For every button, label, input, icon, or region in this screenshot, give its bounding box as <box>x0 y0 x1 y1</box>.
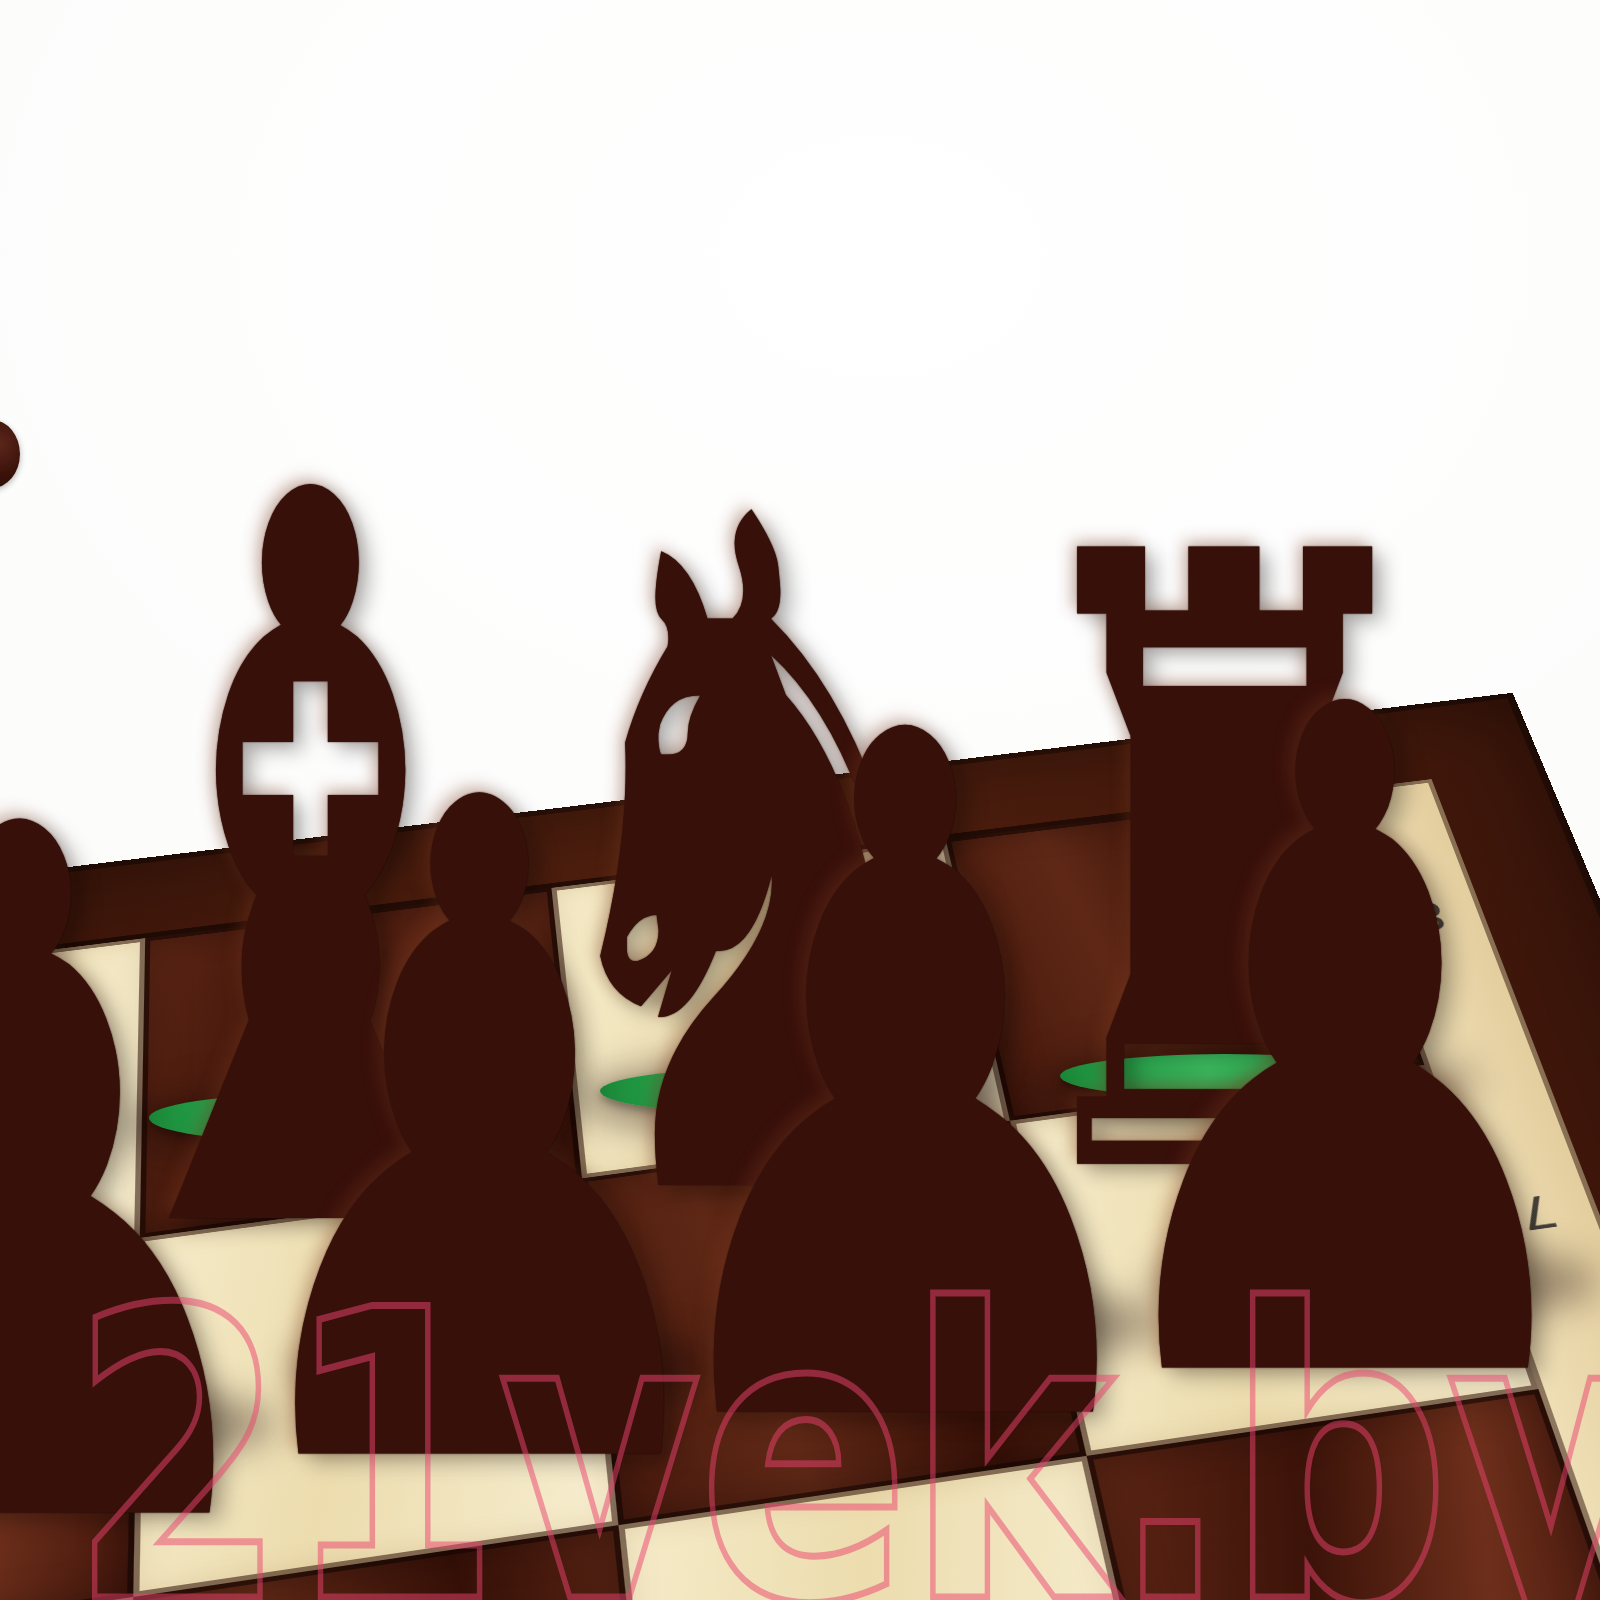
photo-scene: 87654321 ♝♞♜♟♟♟♟ 21vek.by <box>0 0 1600 1600</box>
